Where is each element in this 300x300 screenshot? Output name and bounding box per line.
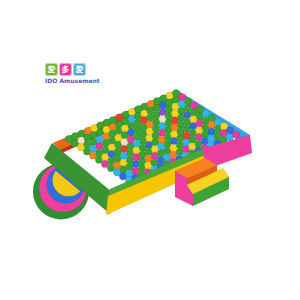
ball [232, 131, 239, 138]
ball-pool-graphic [0, 0, 300, 300]
product-photo: 爱 多 爱 IDO Amusement [0, 0, 300, 300]
